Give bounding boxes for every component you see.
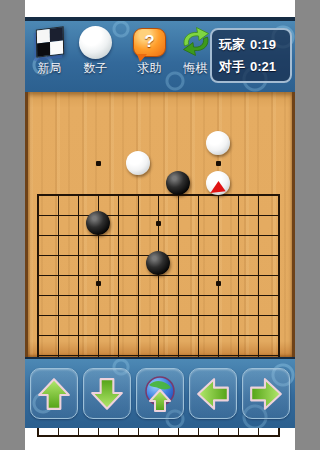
opponent-timer-label: 对手 <box>219 56 245 78</box>
white-stone <box>206 171 230 195</box>
help-label: 求助 <box>138 61 162 75</box>
white-stone <box>126 151 150 175</box>
new-game-icon <box>36 23 64 61</box>
help-icon: ? <box>133 23 166 61</box>
star-point <box>96 161 101 166</box>
undo-move-icon <box>178 23 214 61</box>
goban[interactable] <box>25 92 295 357</box>
black-stone <box>166 171 190 195</box>
count-stones-button[interactable]: 数子 <box>73 23 118 89</box>
last-move-marker <box>206 171 230 195</box>
count-stones-label: 数子 <box>84 61 108 75</box>
star-point <box>216 281 221 286</box>
globe-upload-icon <box>140 374 180 414</box>
right-arrow-icon <box>248 376 284 412</box>
toolbar-buttons: 新局 数子 ? 求助 悔棋 <box>27 23 219 89</box>
player-timer: 玩家 0:19 <box>219 34 283 56</box>
top-toolbar: 新局 数子 ? 求助 悔棋 <box>25 17 295 97</box>
timer-panel: 玩家 0:19 对手 0:21 <box>210 28 292 83</box>
player-timer-value: 0:19 <box>250 34 276 56</box>
black-stone <box>146 251 170 275</box>
opponent-timer-value: 0:21 <box>250 56 276 78</box>
opponent-timer: 对手 0:21 <box>219 56 283 78</box>
new-game-label: 新局 <box>38 61 62 75</box>
star-point <box>96 281 101 286</box>
bottom-toolbar <box>25 357 295 428</box>
new-game-button[interactable]: 新局 <box>27 23 72 89</box>
white-stone <box>206 131 230 155</box>
left-arrow-icon <box>195 376 231 412</box>
app-window: 新局 数子 ? 求助 悔棋 <box>25 0 295 450</box>
undo-move-label: 悔棋 <box>184 61 208 75</box>
star-point <box>216 161 221 166</box>
right-arrow-button[interactable] <box>242 368 290 419</box>
left-arrow-button[interactable] <box>189 368 237 419</box>
star-point <box>156 221 161 226</box>
down-arrow-button[interactable] <box>83 368 131 419</box>
player-timer-label: 玩家 <box>219 34 245 56</box>
black-stone <box>86 211 110 235</box>
help-button[interactable]: ? 求助 <box>127 23 172 89</box>
up-arrow-icon <box>36 376 72 412</box>
count-stones-icon <box>79 23 112 61</box>
globe-upload-button[interactable] <box>136 368 184 419</box>
down-arrow-icon <box>89 376 125 412</box>
up-arrow-button[interactable] <box>30 368 78 419</box>
